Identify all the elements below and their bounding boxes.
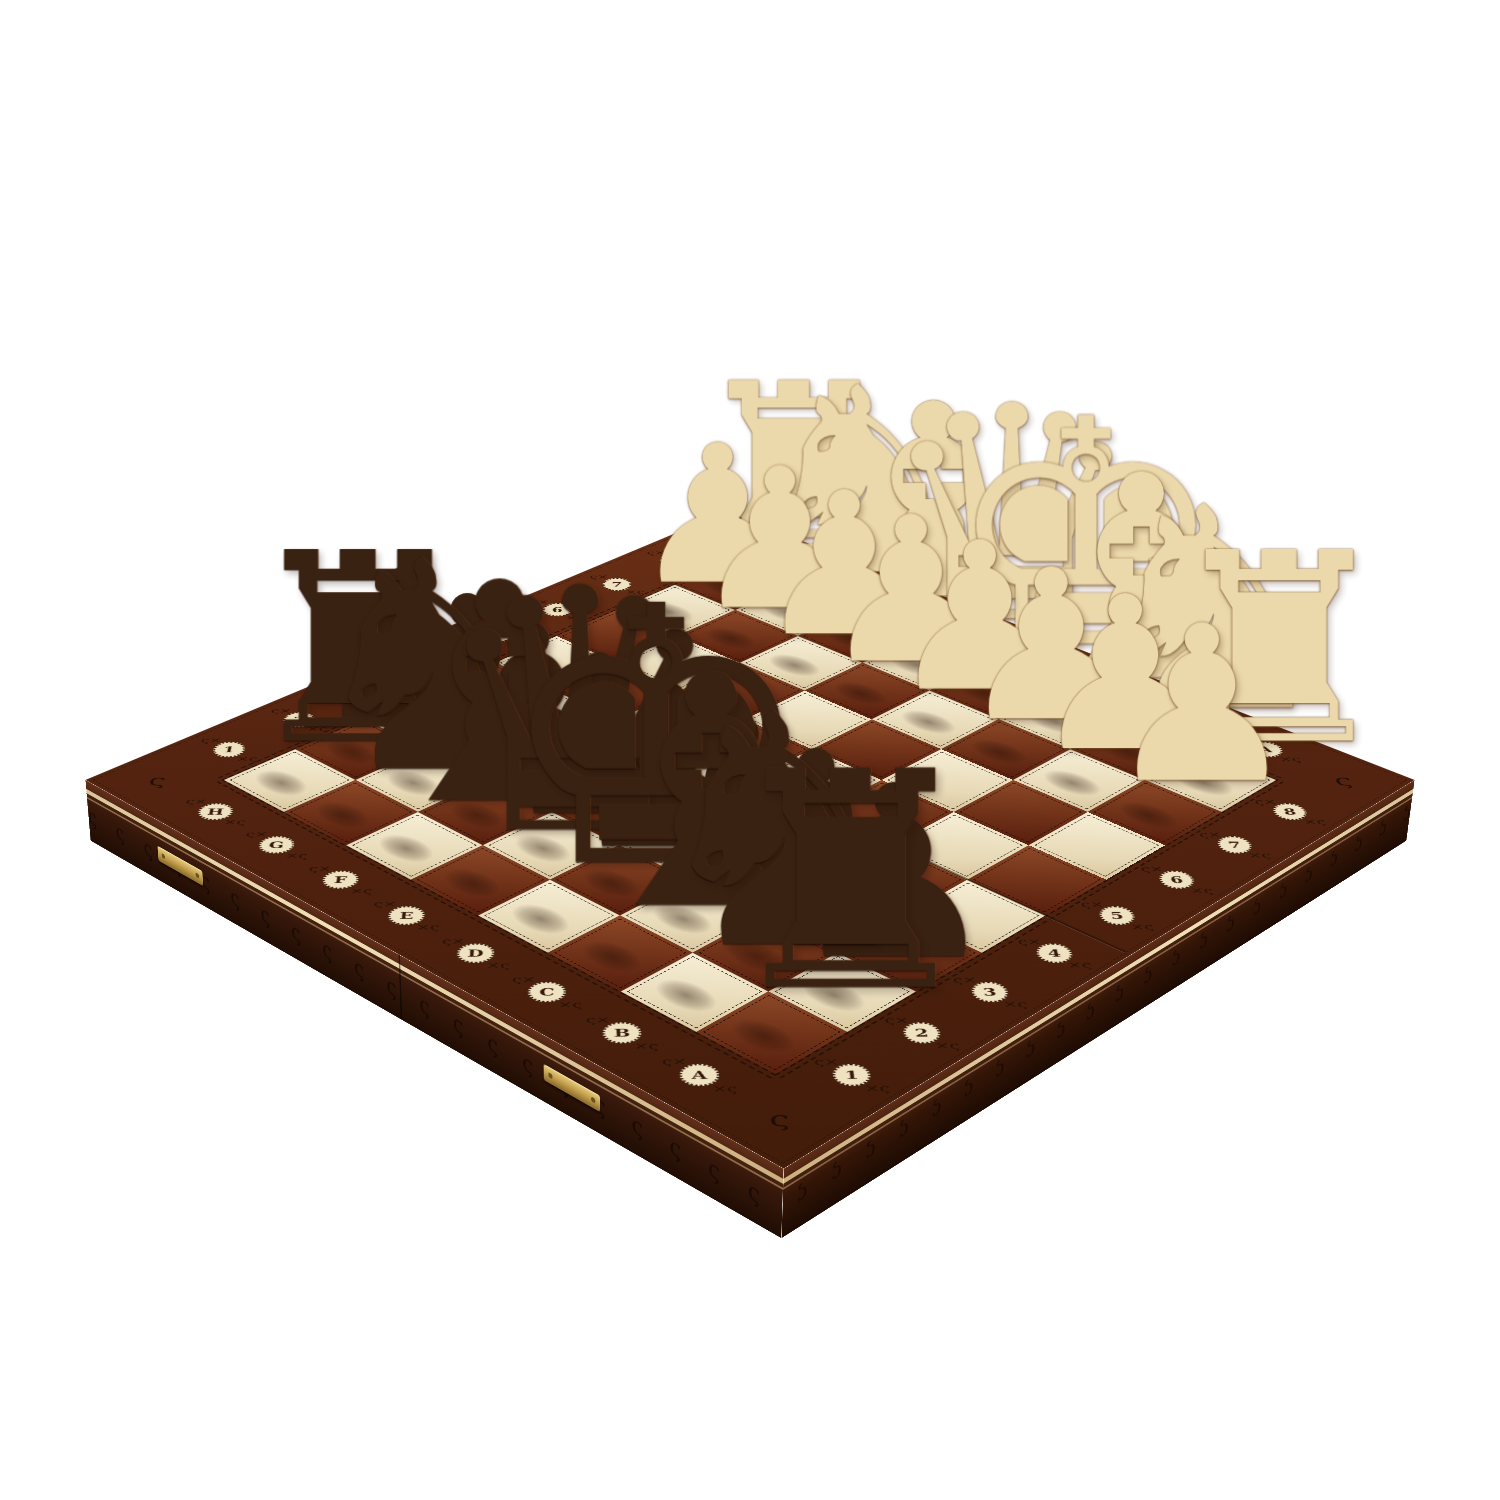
scroll-ornament-icon: ς× (308, 864, 332, 874)
scroll-ornament-icon: ς× (947, 624, 968, 631)
scroll-ornament-icon: ×ς (923, 614, 944, 621)
piece-white-pawn[interactable]: ♟ (1105, 597, 1200, 813)
piece-black-rook[interactable]: ♜ (716, 733, 823, 1033)
photo-scene: ς ς ς ς ς×H×ςς×G×ςς×F×ςς×E×ςς×D×ςς×C×ςς×… (0, 0, 1500, 1500)
scroll-ornament-icon: ς× (883, 598, 903, 605)
scroll-ornament-icon: ς× (1198, 830, 1223, 839)
scroll-ornament-icon: ς× (662, 1056, 687, 1068)
scroll-ornament-icon: ×ς (712, 1083, 737, 1095)
scroll-ornament-icon: ×ς (989, 641, 1010, 648)
scroll-ornament-icon: ×ς (864, 1082, 890, 1094)
scroll-ornament-icon: ×ς (859, 589, 879, 596)
chess-board: ς ς ς ς ς×H×ςς×G×ςς×F×ςς×E×ςς×D×ςς×C×ςς×… (85, 512, 1414, 1169)
scroll-ornament-icon: ς× (814, 1056, 840, 1068)
